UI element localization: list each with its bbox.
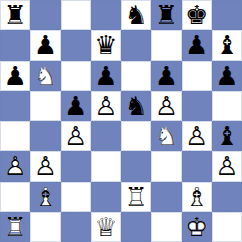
black-pawn: ♟ [212,61,242,91]
square-h3[interactable]: ♟♙ [212,151,242,181]
black-knight: ♞ [121,0,151,30]
square-g6[interactable] [182,61,212,91]
square-d2[interactable] [91,182,121,212]
square-a6[interactable]: ♟ [0,61,30,91]
square-f3[interactable] [151,151,181,181]
white-pawn: ♟♙ [0,151,30,181]
white-pawn: ♟♙ [182,121,212,151]
square-g4[interactable]: ♟♙ [182,121,212,151]
chess-board: ♜♞♜♚♟♛♟♝♟♞♘♟♟♟♟♟♙♞♟♙♟♙♞♘♟♙♝♟♙♟♙♟♙♝♗♜♖♝♗♜… [0,0,242,242]
square-a4[interactable] [0,121,30,151]
white-knight: ♞♘ [151,121,181,151]
square-e8[interactable]: ♞ [121,0,151,30]
square-f2[interactable] [151,182,181,212]
square-h8[interactable] [212,0,242,30]
square-f7[interactable] [151,30,181,60]
square-g1[interactable]: ♚♔ [182,212,212,242]
square-d6[interactable]: ♟ [91,61,121,91]
square-e4[interactable] [121,121,151,151]
white-pawn: ♟♙ [91,91,121,121]
square-b6[interactable]: ♞♘ [30,61,60,91]
black-bishop: ♝ [212,30,242,60]
white-pawn: ♟♙ [212,151,242,181]
square-a2[interactable] [0,182,30,212]
square-a8[interactable]: ♜ [0,0,30,30]
square-a5[interactable] [0,91,30,121]
square-e3[interactable] [121,151,151,181]
square-e1[interactable] [121,212,151,242]
square-g8[interactable]: ♚ [182,0,212,30]
square-b7[interactable]: ♟ [30,30,60,60]
square-b5[interactable] [30,91,60,121]
square-f8[interactable]: ♜ [151,0,181,30]
square-d3[interactable] [91,151,121,181]
square-f1[interactable] [151,212,181,242]
square-h6[interactable]: ♟ [212,61,242,91]
square-g3[interactable] [182,151,212,181]
black-rook: ♜ [0,0,30,30]
square-d7[interactable]: ♛ [91,30,121,60]
white-knight: ♞♘ [30,61,60,91]
square-b2[interactable]: ♝♗ [30,182,60,212]
white-rook: ♜♖ [121,182,151,212]
black-rook: ♜ [151,0,181,30]
square-b8[interactable] [30,0,60,30]
square-h2[interactable] [212,182,242,212]
black-pawn: ♟ [91,61,121,91]
square-b3[interactable]: ♟♙ [30,151,60,181]
square-g2[interactable]: ♝♗ [182,182,212,212]
square-c3[interactable] [61,151,91,181]
square-d4[interactable] [91,121,121,151]
black-pawn: ♟ [61,91,91,121]
square-e5[interactable]: ♞ [121,91,151,121]
square-c6[interactable] [61,61,91,91]
black-pawn: ♟ [151,61,181,91]
square-c8[interactable] [61,0,91,30]
square-e6[interactable] [121,61,151,91]
white-pawn: ♟♙ [151,91,181,121]
white-pawn: ♟♙ [30,151,60,181]
white-bishop: ♝♗ [30,182,60,212]
white-bishop: ♝♗ [182,182,212,212]
square-c4[interactable]: ♟♙ [61,121,91,151]
square-b1[interactable] [30,212,60,242]
square-c5[interactable]: ♟ [61,91,91,121]
black-bishop: ♝ [212,121,242,151]
black-king: ♚ [182,0,212,30]
square-g7[interactable]: ♟ [182,30,212,60]
square-c7[interactable] [61,30,91,60]
square-h7[interactable]: ♝ [212,30,242,60]
square-d5[interactable]: ♟♙ [91,91,121,121]
black-knight: ♞ [121,91,151,121]
square-c2[interactable] [61,182,91,212]
square-c1[interactable] [61,212,91,242]
square-h4[interactable]: ♝ [212,121,242,151]
square-h1[interactable] [212,212,242,242]
square-g5[interactable] [182,91,212,121]
square-d8[interactable] [91,0,121,30]
square-f5[interactable]: ♟♙ [151,91,181,121]
square-a1[interactable]: ♜♖ [0,212,30,242]
square-e7[interactable] [121,30,151,60]
square-h5[interactable] [212,91,242,121]
black-pawn: ♟ [0,61,30,91]
square-e2[interactable]: ♜♖ [121,182,151,212]
square-d1[interactable]: ♛♕ [91,212,121,242]
square-b4[interactable] [30,121,60,151]
white-rook: ♜♖ [0,212,30,242]
square-a3[interactable]: ♟♙ [0,151,30,181]
white-pawn: ♟♙ [61,121,91,151]
white-king: ♚♔ [182,212,212,242]
black-queen: ♛ [91,30,121,60]
black-pawn: ♟ [30,30,60,60]
black-pawn: ♟ [182,30,212,60]
white-queen: ♛♕ [91,212,121,242]
square-f6[interactable]: ♟ [151,61,181,91]
square-a7[interactable] [0,30,30,60]
square-f4[interactable]: ♞♘ [151,121,181,151]
